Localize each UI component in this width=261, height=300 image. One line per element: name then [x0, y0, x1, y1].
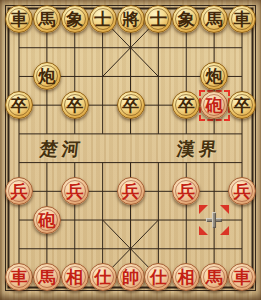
piece-black-horse[interactable]: 馬	[200, 5, 228, 33]
river-label-chu-river: 楚河	[39, 137, 86, 161]
crosshair-corner-icon	[220, 226, 229, 235]
piece-glyph: 車	[11, 10, 28, 27]
crosshair-corner-icon	[199, 226, 208, 235]
crosshair-cross-icon	[212, 212, 216, 228]
piece-glyph: 砲	[38, 211, 55, 228]
piece-glyph: 卒	[234, 96, 251, 113]
piece-black-horse[interactable]: 馬	[33, 5, 61, 33]
piece-glyph: 馬	[206, 10, 223, 27]
piece-black-general[interactable]: 將	[117, 5, 145, 33]
piece-red-soldier[interactable]: 兵	[117, 177, 145, 205]
piece-glyph: 兵	[178, 182, 195, 199]
piece-glyph: 卒	[11, 96, 28, 113]
piece-glyph: 馬	[38, 268, 55, 285]
crosshair-marker	[199, 205, 229, 235]
piece-glyph: 兵	[11, 182, 28, 199]
xiangqi-board[interactable]: 楚河 漢界 車馬象士將士象馬車炮炮卒卒卒卒砲卒兵兵兵兵兵砲車馬相仕帥仕相馬車	[0, 0, 261, 300]
piece-glyph: 車	[234, 268, 251, 285]
piece-glyph: 卒	[66, 96, 83, 113]
piece-glyph: 帥	[122, 268, 139, 285]
piece-glyph: 馬	[38, 10, 55, 27]
piece-glyph: 將	[122, 10, 139, 27]
piece-glyph: 象	[178, 10, 195, 27]
piece-glyph: 兵	[234, 182, 251, 199]
piece-glyph: 相	[66, 268, 83, 285]
piece-red-advisor[interactable]: 仕	[89, 263, 117, 291]
piece-glyph: 兵	[122, 182, 139, 199]
piece-black-chariot[interactable]: 車	[5, 5, 33, 33]
crosshair-corner-icon	[199, 205, 208, 214]
piece-black-soldier[interactable]: 卒	[61, 91, 89, 119]
piece-black-soldier[interactable]: 卒	[5, 91, 33, 119]
piece-glyph: 象	[66, 10, 83, 27]
piece-black-soldier[interactable]: 卒	[117, 91, 145, 119]
piece-red-general[interactable]: 帥	[117, 263, 145, 291]
piece-black-chariot[interactable]: 車	[228, 5, 256, 33]
piece-red-soldier[interactable]: 兵	[61, 177, 89, 205]
piece-glyph: 兵	[66, 182, 83, 199]
piece-glyph: 士	[94, 10, 111, 27]
piece-glyph: 車	[11, 268, 28, 285]
crosshair-corner-icon	[220, 205, 229, 214]
piece-glyph: 炮	[38, 67, 55, 84]
piece-glyph: 卒	[122, 96, 139, 113]
piece-glyph: 車	[234, 10, 251, 27]
piece-glyph: 砲	[206, 96, 223, 113]
river-label-han-border: 漢界	[176, 137, 223, 161]
piece-black-advisor[interactable]: 士	[89, 5, 117, 33]
piece-black-soldier[interactable]: 卒	[228, 91, 256, 119]
piece-red-cannon[interactable]: 砲	[33, 206, 61, 234]
piece-glyph: 相	[178, 268, 195, 285]
piece-glyph: 炮	[206, 67, 223, 84]
piece-glyph: 卒	[178, 96, 195, 113]
piece-glyph: 馬	[206, 268, 223, 285]
piece-glyph: 仕	[94, 268, 111, 285]
piece-glyph: 士	[150, 10, 167, 27]
piece-black-elephant[interactable]: 象	[61, 5, 89, 33]
piece-glyph: 仕	[150, 268, 167, 285]
